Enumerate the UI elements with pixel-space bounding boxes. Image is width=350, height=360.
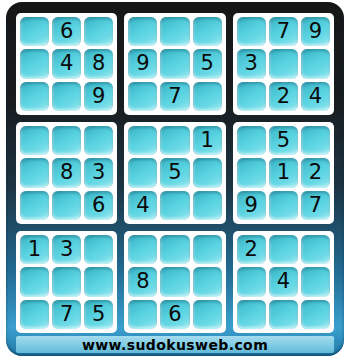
cell-r8c4[interactable]: 8 — [128, 267, 157, 296]
cell-r7c7[interactable]: 2 — [237, 235, 266, 264]
block-3-2: 86 — [124, 231, 225, 333]
block-3-3: 24 — [233, 231, 334, 333]
sudoku-board: 6489957793248361545129713758624 — [16, 13, 334, 333]
cell-r7c5[interactable] — [160, 235, 189, 264]
cell-r4c4[interactable] — [128, 126, 157, 155]
footer-band: www.sudokusweb.com — [16, 336, 334, 353]
cell-r6c7[interactable]: 9 — [237, 191, 266, 220]
cell-r6c5[interactable] — [160, 191, 189, 220]
cell-r3c8[interactable]: 2 — [269, 82, 298, 111]
block-1-1: 6489 — [16, 13, 117, 115]
cell-r1c3[interactable] — [84, 17, 113, 46]
cell-r5c9[interactable]: 2 — [301, 158, 330, 187]
cell-r9c6[interactable] — [193, 300, 222, 329]
cell-r6c2[interactable] — [52, 191, 81, 220]
cell-r6c1[interactable] — [20, 191, 49, 220]
cell-r6c9[interactable]: 7 — [301, 191, 330, 220]
cell-r7c3[interactable] — [84, 235, 113, 264]
cell-r3c1[interactable] — [20, 82, 49, 111]
cell-r3c7[interactable] — [237, 82, 266, 111]
cell-r7c4[interactable] — [128, 235, 157, 264]
cell-r3c3[interactable]: 9 — [84, 82, 113, 111]
cell-r9c3[interactable]: 5 — [84, 300, 113, 329]
cell-r8c5[interactable] — [160, 267, 189, 296]
cell-r1c7[interactable] — [237, 17, 266, 46]
cell-r1c2[interactable]: 6 — [52, 17, 81, 46]
cell-r6c4[interactable]: 4 — [128, 191, 157, 220]
cell-r9c1[interactable] — [20, 300, 49, 329]
block-2-2: 154 — [124, 122, 225, 224]
cell-r8c9[interactable] — [301, 267, 330, 296]
cell-r3c2[interactable] — [52, 82, 81, 111]
cell-r3c9[interactable]: 4 — [301, 82, 330, 111]
cell-r9c4[interactable] — [128, 300, 157, 329]
cell-r8c1[interactable] — [20, 267, 49, 296]
cell-r4c5[interactable] — [160, 126, 189, 155]
cell-r5c7[interactable] — [237, 158, 266, 187]
cell-r9c7[interactable] — [237, 300, 266, 329]
cell-r7c1[interactable]: 1 — [20, 235, 49, 264]
cell-r1c8[interactable]: 7 — [269, 17, 298, 46]
block-3-1: 1375 — [16, 231, 117, 333]
cell-r4c9[interactable] — [301, 126, 330, 155]
cell-r5c6[interactable] — [193, 158, 222, 187]
cell-r4c3[interactable] — [84, 126, 113, 155]
cell-r7c8[interactable] — [269, 235, 298, 264]
cell-r5c3[interactable]: 3 — [84, 158, 113, 187]
cell-r6c8[interactable] — [269, 191, 298, 220]
cell-r1c9[interactable]: 9 — [301, 17, 330, 46]
cell-r2c8[interactable] — [269, 49, 298, 78]
site-url[interactable]: www.sudokusweb.com — [82, 337, 268, 353]
cell-r5c5[interactable]: 5 — [160, 158, 189, 187]
cell-r2c7[interactable]: 3 — [237, 49, 266, 78]
cell-r5c1[interactable] — [20, 158, 49, 187]
cell-r9c5[interactable]: 6 — [160, 300, 189, 329]
cell-r1c5[interactable] — [160, 17, 189, 46]
cell-r4c8[interactable]: 5 — [269, 126, 298, 155]
cell-r8c7[interactable] — [237, 267, 266, 296]
cell-r6c6[interactable] — [193, 191, 222, 220]
cell-r8c6[interactable] — [193, 267, 222, 296]
cell-r7c6[interactable] — [193, 235, 222, 264]
cell-r2c3[interactable]: 8 — [84, 49, 113, 78]
cell-r2c5[interactable] — [160, 49, 189, 78]
cell-r4c6[interactable]: 1 — [193, 126, 222, 155]
block-1-2: 957 — [124, 13, 225, 115]
cell-r8c8[interactable]: 4 — [269, 267, 298, 296]
block-2-1: 836 — [16, 122, 117, 224]
sudoku-board-frame: 6489957793248361545129713758624 www.sudo… — [6, 2, 344, 356]
cell-r2c2[interactable]: 4 — [52, 49, 81, 78]
cell-r1c6[interactable] — [193, 17, 222, 46]
cell-r7c2[interactable]: 3 — [52, 235, 81, 264]
cell-r2c6[interactable]: 5 — [193, 49, 222, 78]
cell-r4c2[interactable] — [52, 126, 81, 155]
block-1-3: 79324 — [233, 13, 334, 115]
cell-r5c4[interactable] — [128, 158, 157, 187]
cell-r2c4[interactable]: 9 — [128, 49, 157, 78]
cell-r5c8[interactable]: 1 — [269, 158, 298, 187]
cell-r4c1[interactable] — [20, 126, 49, 155]
cell-r3c4[interactable] — [128, 82, 157, 111]
cell-r5c2[interactable]: 8 — [52, 158, 81, 187]
cell-r9c2[interactable]: 7 — [52, 300, 81, 329]
cell-r3c5[interactable]: 7 — [160, 82, 189, 111]
cell-r9c8[interactable] — [269, 300, 298, 329]
cell-r8c3[interactable] — [84, 267, 113, 296]
cell-r1c4[interactable] — [128, 17, 157, 46]
cell-r7c9[interactable] — [301, 235, 330, 264]
cell-r6c3[interactable]: 6 — [84, 191, 113, 220]
cell-r4c7[interactable] — [237, 126, 266, 155]
cell-r1c1[interactable] — [20, 17, 49, 46]
block-2-3: 51297 — [233, 122, 334, 224]
cell-r8c2[interactable] — [52, 267, 81, 296]
cell-r2c9[interactable] — [301, 49, 330, 78]
cell-r9c9[interactable] — [301, 300, 330, 329]
cell-r2c1[interactable] — [20, 49, 49, 78]
cell-r3c6[interactable] — [193, 82, 222, 111]
